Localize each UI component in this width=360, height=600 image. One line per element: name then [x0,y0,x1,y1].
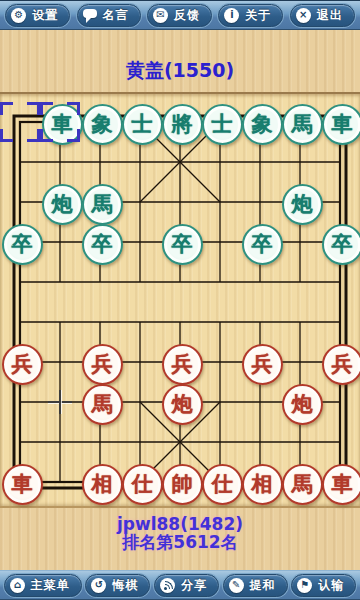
piece-red[interactable]: 車 [322,464,360,505]
piece-red[interactable]: 仕 [202,464,243,505]
piece-red[interactable]: 兵 [2,344,43,385]
board-grid [0,94,360,510]
piece-black[interactable]: 將 [162,104,203,145]
quotes-button[interactable]: 名言 [77,4,141,27]
piece-black[interactable]: 士 [202,104,243,145]
piece-red[interactable]: 相 [242,464,283,505]
top-toolbar: ⚙ 设置 名言 ✉ 反馈 i 关于 × 退出 [0,0,360,30]
xiangqi-app: ⚙ 设置 名言 ✉ 反馈 i 关于 × 退出 黄盖(1550) [0,0,360,600]
piece-black[interactable]: 卒 [82,224,123,265]
resign-button[interactable]: ⚑ 认输 [291,574,356,597]
piece-red[interactable]: 帥 [162,464,203,505]
share-button[interactable]: 分享 [154,574,219,597]
bottom-toolbar: ⌂ 主菜单 ↺ 悔棋 分享 ✎ 提和 ⚑ 认输 [0,570,360,600]
about-button[interactable]: i 关于 [218,4,283,27]
piece-red[interactable]: 馬 [282,464,323,505]
piece-black[interactable]: 炮 [42,184,83,225]
main-menu-button[interactable]: ⌂ 主菜单 [4,574,82,597]
settings-button[interactable]: ⚙ 设置 [5,4,70,27]
piece-black[interactable]: 馬 [282,104,323,145]
self-name: jpwl88(1482) [0,515,360,533]
offer-draw-button[interactable]: ✎ 提和 [223,574,288,597]
info-icon: i [224,8,239,23]
piece-red[interactable]: 相 [82,464,123,505]
piece-black[interactable]: 車 [322,104,360,145]
exit-button[interactable]: × 退出 [290,4,355,27]
piece-black[interactable]: 卒 [2,224,43,265]
piece-red[interactable]: 兵 [322,344,360,385]
envelope-icon: ✉ [153,8,168,23]
piece-black[interactable]: 象 [242,104,283,145]
self-info: jpwl88(1482) 排名第5612名 [0,515,360,551]
home-icon: ⌂ [10,578,25,593]
piece-black[interactable]: 士 [122,104,163,145]
piece-black[interactable]: 象 [82,104,123,145]
piece-red[interactable]: 炮 [282,384,323,425]
piece-red[interactable]: 兵 [82,344,123,385]
piece-black[interactable]: 炮 [282,184,323,225]
piece-red[interactable]: 車 [2,464,43,505]
piece-black[interactable]: 卒 [162,224,203,265]
piece-red[interactable]: 兵 [162,344,203,385]
piece-red[interactable]: 仕 [122,464,163,505]
piece-red[interactable]: 馬 [82,384,123,425]
close-icon: × [296,8,311,23]
opponent-name: 黄盖(1550) [0,58,360,84]
speech-bubble-icon [83,8,97,22]
undo-icon: ↺ [91,578,106,593]
self-rank: 排名第5612名 [0,533,360,551]
undo-move-button[interactable]: ↺ 悔棋 [85,574,150,597]
piece-red[interactable]: 兵 [242,344,283,385]
piece-black[interactable]: 車 [42,104,83,145]
piece-black[interactable]: 卒 [242,224,283,265]
xiangqi-board[interactable]: 車象士將士象馬車炮馬炮卒卒卒卒卒兵兵兵兵兵馬炮炮車相仕帥仕相馬車 [0,92,360,508]
piece-black[interactable]: 馬 [82,184,123,225]
gear-icon: ⚙ [11,8,26,23]
pencil-icon: ✎ [229,578,244,593]
flag-icon: ⚑ [297,578,312,593]
share-icon [160,578,175,593]
piece-black[interactable]: 卒 [322,224,360,265]
piece-red[interactable]: 炮 [162,384,203,425]
feedback-button[interactable]: ✉ 反馈 [147,4,212,27]
